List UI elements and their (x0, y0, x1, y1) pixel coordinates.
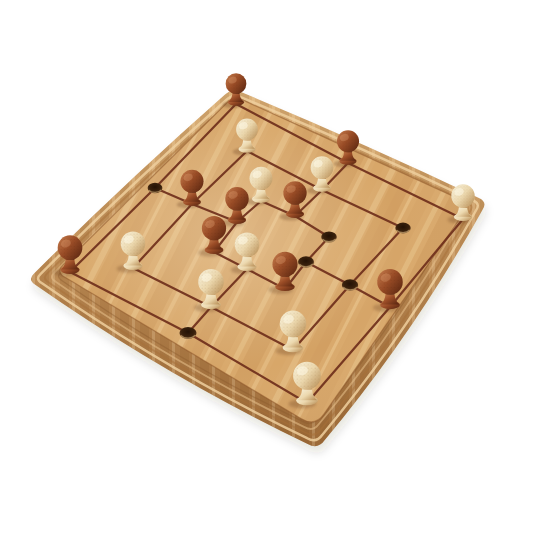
peg-dark (225, 187, 248, 224)
peg-head-texture (280, 311, 307, 338)
point-f6[interactable] (395, 223, 410, 234)
peg-head-texture (236, 119, 258, 141)
peg-light (121, 231, 146, 270)
peg-dark (272, 252, 297, 291)
peg-head-texture (180, 170, 203, 193)
nine-mens-morris-scene (0, 0, 533, 533)
point-f4[interactable] (342, 279, 358, 291)
peg-head-texture (202, 216, 226, 240)
peg-dark (58, 235, 83, 274)
peg-head-texture (311, 156, 334, 179)
peg-light (280, 311, 307, 353)
peg-head-texture (293, 362, 321, 390)
peg-dark (283, 181, 306, 218)
point-a4[interactable] (148, 183, 163, 193)
peg-light (235, 232, 260, 271)
peg-head-texture (226, 73, 247, 94)
peg-head-texture (377, 269, 403, 295)
board-svg (0, 0, 533, 533)
peg-dark (202, 216, 226, 254)
board-surface-sheen (60, 98, 466, 422)
point-d1[interactable] (179, 327, 196, 339)
peg-head-texture (337, 130, 359, 152)
peg-light (451, 184, 474, 221)
peg-head-texture (272, 252, 297, 277)
peg-light (250, 167, 273, 203)
point-a7[interactable] (222, 73, 246, 108)
peg-light (293, 362, 321, 406)
peg-head-texture (121, 231, 146, 256)
point-e5[interactable] (321, 231, 337, 242)
peg-light (198, 269, 224, 309)
peg-dark (180, 170, 203, 206)
peg-light (236, 119, 258, 153)
peg-dark (377, 269, 403, 309)
peg-head-texture (451, 184, 474, 207)
peg-head-texture (235, 232, 260, 257)
peg-head-texture (225, 187, 248, 210)
peg-dark (226, 73, 247, 105)
peg-head-texture (283, 181, 306, 204)
peg-head-texture (250, 167, 273, 190)
peg-light (311, 156, 334, 192)
board-surface (60, 98, 466, 422)
peg-dark (337, 130, 359, 165)
peg-head-texture (58, 235, 83, 260)
peg-head-texture (198, 269, 224, 295)
point-e4[interactable] (298, 256, 314, 267)
